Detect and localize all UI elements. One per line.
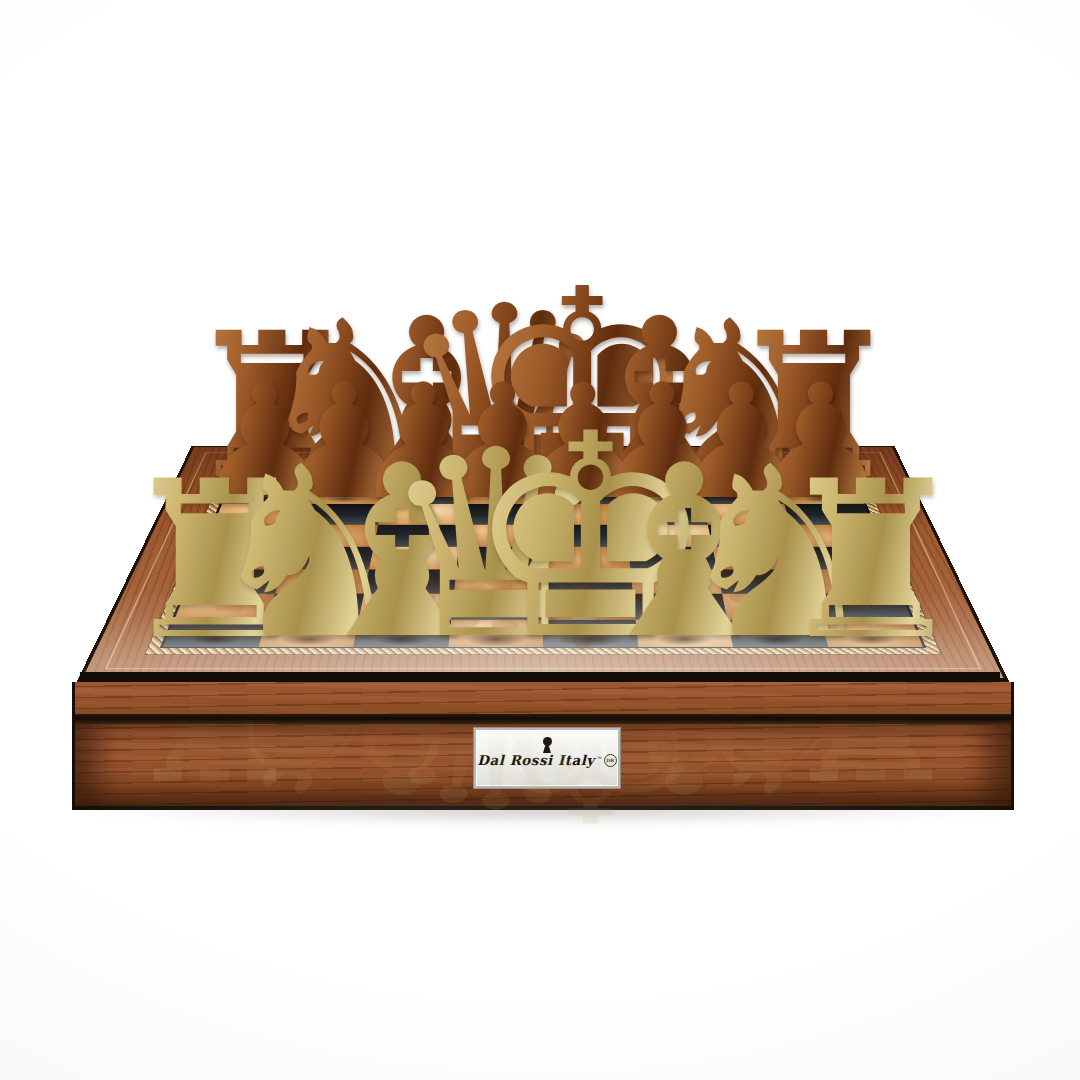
nameplate: Dal Rossi Italy ™ DR — [474, 728, 620, 788]
piece-white-rook-h1[interactable]: ♜ — [774, 452, 969, 669]
lid-seam — [75, 714, 1011, 724]
trademark-mark: ™ — [597, 755, 602, 761]
scene: Dal Rossi Italy ™ DR ♜♜♞♞♝♝♛♛♚♚♝♝♞♞♜♜♟♟♟… — [0, 0, 1080, 1080]
keyhole-icon — [543, 737, 552, 746]
floor-shadow — [64, 806, 1028, 826]
pieces-overlay: ♜♜♞♞♝♝♛♛♚♚♝♝♞♞♜♜♟♟♟♟♟♟♟♟♟♟♟♟♟♟♟♟♜♜♞♞♝♝♛♛… — [0, 0, 1080, 1080]
brand-text: Dal Rossi Italy — [477, 752, 594, 768]
monogram-badge: DR — [604, 754, 617, 767]
